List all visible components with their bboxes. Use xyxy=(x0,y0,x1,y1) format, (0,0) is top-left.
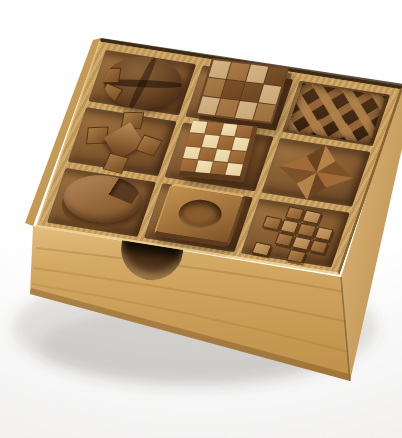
pagoda-gap xyxy=(268,245,288,260)
puzzle-pagoda-burr xyxy=(251,202,338,267)
puzzle-tray-round-recess xyxy=(152,183,246,248)
puzzle-interlocking-ball xyxy=(96,51,189,114)
compartment-r1c1 xyxy=(89,50,197,115)
pagoda-block xyxy=(301,210,321,225)
round-recess xyxy=(174,197,225,232)
puzzle-faceted-diamond xyxy=(270,139,363,205)
compartment-r3c1 xyxy=(47,168,156,237)
pagoda-gap xyxy=(319,213,339,228)
puzzle-lattice-burr xyxy=(287,83,386,143)
star-point-block xyxy=(102,153,129,174)
pagoda-gap xyxy=(303,252,323,267)
scene xyxy=(0,0,402,438)
star-point-block xyxy=(86,126,109,144)
pagoda-block xyxy=(251,242,271,257)
compartment-grid xyxy=(48,50,390,264)
puzzle-notched-cylinder xyxy=(54,170,150,235)
compartment-r3c3 xyxy=(241,199,350,268)
pagoda-gap xyxy=(267,202,287,217)
compartment-r2c2 xyxy=(165,123,274,192)
checker-cell-dark xyxy=(229,150,246,163)
pagoda-block xyxy=(279,219,299,234)
pagoda-block xyxy=(313,226,333,241)
checker-cell-light xyxy=(232,138,249,151)
puzzle-star-burr xyxy=(75,109,169,174)
compartment-r2c3 xyxy=(262,138,371,207)
compartment-r2c1 xyxy=(68,107,177,176)
pagoda-block xyxy=(291,236,311,251)
puzzle-burr-cube xyxy=(195,58,289,124)
pagoda-block xyxy=(308,239,328,254)
pagoda-block xyxy=(284,206,304,221)
pagoda-block xyxy=(286,249,306,264)
compartment-r1c3 xyxy=(282,81,390,146)
checker-cell-dark xyxy=(236,125,253,138)
compartment-r3c2 xyxy=(144,183,253,252)
ball-corner-block xyxy=(100,68,121,83)
pagoda-gap xyxy=(256,229,276,244)
puzzle-checkered-snake-cube xyxy=(178,121,257,182)
pagoda-block xyxy=(274,232,294,247)
pagoda-block xyxy=(296,223,316,238)
checker-cell-light xyxy=(226,163,243,176)
pagoda-block xyxy=(261,216,281,231)
cylinder-notch xyxy=(108,177,142,204)
